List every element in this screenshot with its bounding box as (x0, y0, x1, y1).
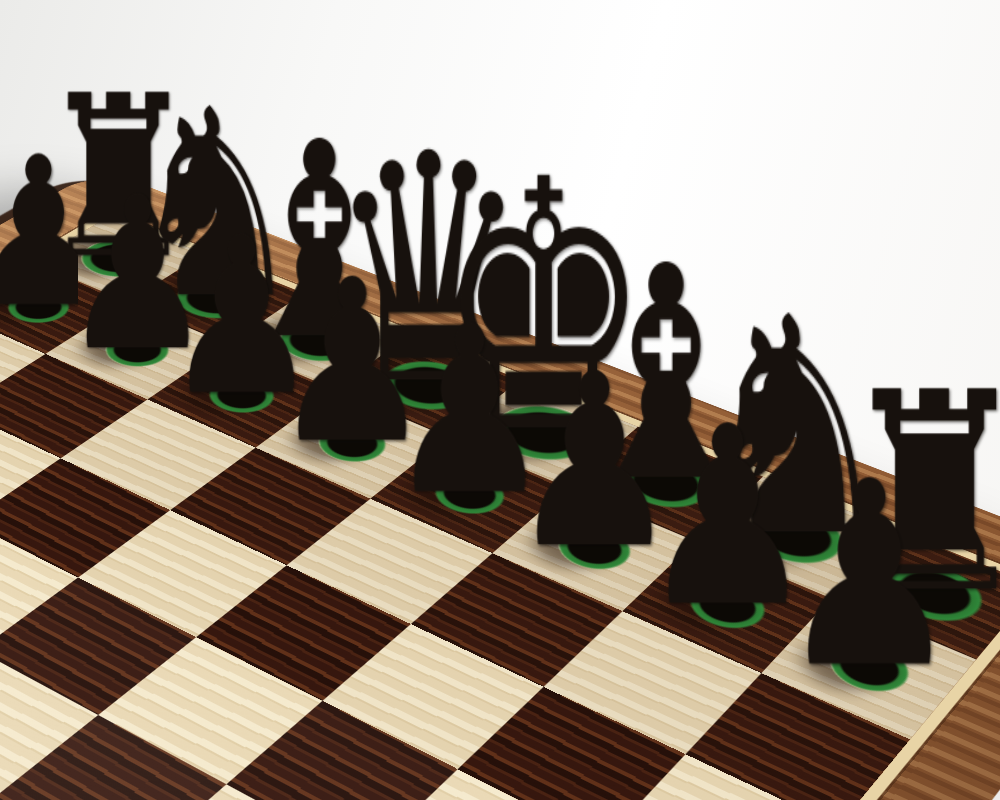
photo-backdrop: ♜♞♝♛♚♝♞♜♟♟♟♟♟♟♟♟ (0, 0, 1000, 800)
chess-board: ♜♞♝♛♚♝♞♜♟♟♟♟♟♟♟♟ (0, 168, 1000, 800)
black-pawn: ♟ (522, 447, 1000, 702)
board-grid: ♜♞♝♛♚♝♞♜♟♟♟♟♟♟♟♟ (0, 210, 1000, 800)
